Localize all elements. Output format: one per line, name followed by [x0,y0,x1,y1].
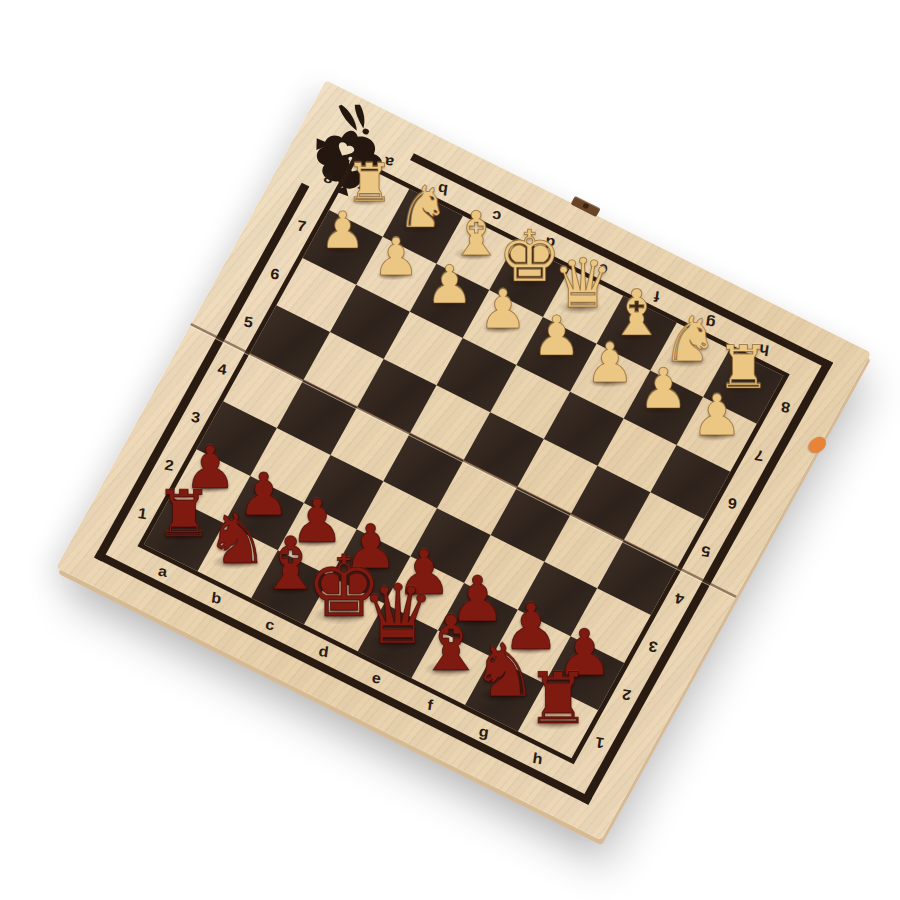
piece-h1[interactable]: ♜ [526,663,590,734]
file-label-bottom-c: c [265,617,276,633]
rank-label-right-3: 3 [647,638,658,654]
file-label-bottom-e: e [372,670,383,686]
file-label-bottom-b: b [211,590,223,606]
light-p-glyph: ♟ [691,387,742,444]
red-r-glyph: ♜ [526,663,590,734]
rank-label-left-6: 6 [269,266,280,282]
light-p-glyph: ♟ [479,283,527,337]
rank-label-left-7: 7 [296,218,307,234]
rank-label-right-2: 2 [621,686,632,702]
piece-a1[interactable]: ♜ [155,481,212,545]
light-p-glyph: ♟ [638,362,688,418]
rank-label-right-1: 1 [594,734,605,750]
chess-board: aabbccddeeffgghh8877665544332211 [56,80,871,840]
hinge-pin-icon [582,202,590,209]
piece-c7[interactable]: ♟ [426,257,474,310]
piece-f7[interactable]: ♟ [585,336,634,391]
rank-label-left-2: 2 [163,457,174,473]
file-label-bottom-h: h [531,750,543,766]
red-r-glyph: ♜ [155,481,212,545]
orange-sticker [805,434,829,456]
light-p-glyph: ♟ [426,257,474,310]
rank-label-right-8: 8 [780,399,791,415]
piece-g7[interactable]: ♟ [638,362,688,418]
piece-b7[interactable]: ♟ [373,231,420,283]
file-label-bottom-f: f [427,697,434,712]
light-p-glyph: ♟ [320,205,366,256]
piece-e7[interactable]: ♟ [532,309,581,364]
file-label-bottom-d: d [318,643,330,659]
rank-label-right-5: 5 [700,543,711,559]
piece-d7[interactable]: ♟ [479,283,527,337]
photo-stage: aabbccddeeffgghh8877665544332211 ♜♞♟♝♟♚♟… [0,0,900,900]
rank-label-right-6: 6 [727,495,738,511]
light-p-glyph: ♟ [585,336,634,391]
file-label-bottom-g: g [478,723,490,739]
light-p-glyph: ♟ [373,231,420,283]
piece-h7[interactable]: ♟ [691,387,742,444]
file-label-bottom-a: a [158,563,169,579]
rank-label-left-1: 1 [137,505,148,521]
rank-label-right-4: 4 [674,590,685,606]
light-p-glyph: ♟ [532,309,581,364]
piece-a7[interactable]: ♟ [320,205,366,256]
rank-label-left-5: 5 [243,314,254,330]
rank-label-left-3: 3 [190,409,201,425]
rank-label-right-7: 7 [753,447,764,463]
rank-label-left-8: 8 [322,170,333,186]
hinge [571,196,601,217]
rank-label-left-4: 4 [216,362,227,378]
